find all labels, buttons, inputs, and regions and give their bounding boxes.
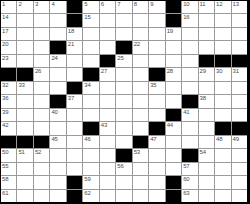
cell-r11c11[interactable] [166,136,181,148]
clue-number-3: 3 [35,1,38,8]
cell-r13c10[interactable] [149,163,164,175]
cell-r9c3[interactable] [34,109,49,121]
cell-r14c7[interactable] [100,176,115,188]
cell-r15c9[interactable] [133,190,148,202]
clue-number-39: 39 [2,109,8,116]
cell-r2c12[interactable]: 16 [182,14,197,26]
cell-r6c7[interactable]: 27 [100,68,115,80]
black-cell-r12c12 [182,149,197,161]
cell-r8c3[interactable] [34,95,49,107]
clue-number-7: 7 [117,1,120,8]
cell-r13c8[interactable]: 56 [116,163,131,175]
clue-number-32: 32 [2,82,8,89]
cell-r5c5[interactable] [67,55,82,67]
cell-r2c1[interactable]: 14 [1,14,16,26]
clue-number-13: 13 [233,1,239,8]
cell-r11c6[interactable]: 46 [83,136,98,148]
clue-number-12: 12 [216,1,222,8]
black-cell-r5c13 [199,55,214,67]
black-cell-r6c10 [149,68,164,80]
cell-r4c10[interactable] [149,41,164,53]
clue-number-54: 54 [200,149,206,156]
cell-r12c5[interactable] [67,149,82,161]
black-cell-r2c11 [166,14,181,26]
clue-number-4: 4 [51,1,54,8]
cell-r3c14[interactable] [215,28,230,40]
clue-number-27: 27 [101,68,107,75]
clue-number-42: 42 [2,122,8,129]
cell-r2c7[interactable] [100,14,115,26]
clue-number-47: 47 [150,136,156,143]
cell-r7c9[interactable] [133,82,148,94]
cell-r15c6[interactable]: 62 [83,190,98,202]
clue-number-9: 9 [150,1,153,8]
cell-r4c7[interactable] [100,41,115,53]
cell-r12c1[interactable]: 50 [1,149,16,161]
clue-number-2: 2 [18,1,21,8]
black-cell-r5c15 [232,55,247,67]
clue-number-56: 56 [117,163,123,170]
clue-number-17: 17 [2,28,8,35]
cell-r2c8[interactable] [116,14,131,26]
cell-r15c7[interactable] [100,190,115,202]
cell-r3c6[interactable] [83,28,98,40]
black-cell-r5c14 [215,55,230,67]
cell-r6c14[interactable]: 30 [215,68,230,80]
clue-number-16: 16 [183,14,189,21]
black-cell-r6c6 [83,68,98,80]
cell-r5c6[interactable] [83,55,98,67]
cell-r4c11[interactable] [166,41,181,53]
cell-r11c13[interactable] [199,136,214,148]
cell-r14c10[interactable] [149,176,164,188]
cell-r2c13[interactable] [199,14,214,26]
cell-r10c9[interactable] [133,122,148,134]
clue-number-52: 52 [35,149,41,156]
cell-r6c12[interactable] [182,68,197,80]
cell-r7c8[interactable] [116,82,131,94]
cell-r7c4[interactable] [50,82,65,94]
clue-number-45: 45 [51,136,57,143]
cell-r5c1[interactable]: 23 [1,55,16,67]
cell-r1c12[interactable]: 10 [182,1,197,13]
clue-number-18: 18 [68,28,74,35]
cell-r14c9[interactable] [133,176,148,188]
black-cell-r2c5 [67,14,82,26]
cell-r9c1[interactable]: 39 [1,109,16,121]
cell-r8c11[interactable] [166,95,181,107]
cell-r6c3[interactable]: 26 [34,68,49,80]
cell-r1c6[interactable]: 5 [83,1,98,13]
clue-number-24: 24 [51,55,57,62]
cell-r3c5[interactable]: 18 [67,28,82,40]
crossword-page: 1234567891011121314151617181920212223242… [0,0,250,204]
cell-r13c11[interactable] [166,163,181,175]
clue-number-53: 53 [134,149,140,156]
clue-number-48: 48 [216,136,222,143]
black-cell-r11c9 [133,136,148,148]
cell-r14c2[interactable] [17,176,32,188]
cell-r5c3[interactable] [34,55,49,67]
cell-r11c15[interactable]: 49 [232,136,247,148]
cell-r3c15[interactable] [232,28,247,40]
clue-number-30: 30 [216,68,222,75]
cell-r13c1[interactable]: 55 [1,163,16,175]
clue-number-34: 34 [84,82,90,89]
cell-r12c14[interactable] [215,149,230,161]
clue-number-58: 58 [2,176,8,183]
cell-r9c10[interactable] [149,109,164,121]
cell-r6c11[interactable]: 28 [166,68,181,80]
cell-r15c1[interactable]: 61 [1,190,16,202]
cell-r14c3[interactable] [34,176,49,188]
cell-r7c10[interactable]: 35 [149,82,164,94]
cell-r5c2[interactable] [17,55,32,67]
cell-r5c10[interactable] [149,55,164,67]
clue-number-38: 38 [200,95,206,102]
cell-r15c12[interactable]: 63 [182,190,197,202]
cell-r7c3[interactable] [34,82,49,94]
cell-r8c15[interactable] [232,95,247,107]
clue-number-59: 59 [84,176,90,183]
cell-r7c2[interactable]: 33 [17,82,32,94]
clue-number-15: 15 [84,14,90,21]
cell-r12c11[interactable] [166,149,181,161]
black-cell-r11c3 [34,136,49,148]
clue-number-37: 37 [68,95,74,102]
cell-r3c12[interactable] [182,28,197,40]
cell-r10c13[interactable] [199,122,214,134]
cell-r3c1[interactable]: 17 [1,28,16,40]
cell-r1c15[interactable]: 13 [232,1,247,13]
cell-r1c7[interactable]: 6 [100,1,115,13]
cell-r12c9[interactable]: 53 [133,149,148,161]
cell-r12c2[interactable]: 51 [17,149,32,161]
cell-r8c7[interactable] [100,95,115,107]
black-cell-r10c6 [83,122,98,134]
cell-r13c4[interactable] [50,163,65,175]
cell-r8c9[interactable] [133,95,148,107]
cell-r8c13[interactable]: 38 [199,95,214,107]
cell-r10c1[interactable]: 42 [1,122,16,134]
clue-number-43: 43 [101,122,107,129]
cell-r4c15[interactable] [232,41,247,53]
cell-r4c1[interactable]: 20 [1,41,16,53]
cell-r1c8[interactable]: 7 [116,1,131,13]
black-cell-r11c2 [17,136,32,148]
clue-number-33: 33 [18,82,24,89]
cell-r1c2[interactable]: 2 [17,1,32,13]
cell-r3c2[interactable] [17,28,32,40]
cell-r6c15[interactable]: 31 [232,68,247,80]
cell-r12c10[interactable] [149,149,164,161]
cell-r12c3[interactable]: 52 [34,149,49,161]
cell-r1c14[interactable]: 12 [215,1,230,13]
clue-number-28: 28 [167,68,173,75]
black-cell-r14c11 [166,176,181,188]
black-cell-r15c11 [166,190,181,202]
cell-r14c14[interactable] [215,176,230,188]
cell-r5c4[interactable]: 24 [50,55,65,67]
cell-r4c5[interactable]: 21 [67,41,82,53]
cell-r13c14[interactable] [215,163,230,175]
cell-r9c13[interactable] [199,109,214,121]
cell-r12c13[interactable]: 54 [199,149,214,161]
cell-r1c3[interactable]: 3 [34,1,49,13]
cell-r6c8[interactable] [116,68,131,80]
clue-number-35: 35 [150,82,156,89]
cell-r2c6[interactable]: 15 [83,14,98,26]
black-cell-r8c4 [50,95,65,107]
clue-number-23: 23 [2,55,8,62]
cell-r14c12[interactable]: 60 [182,176,197,188]
cell-r15c4[interactable] [50,190,65,202]
cell-r14c6[interactable]: 59 [83,176,98,188]
cell-r2c9[interactable] [133,14,148,26]
cell-r10c11[interactable]: 44 [166,122,181,134]
cell-r1c10[interactable]: 9 [149,1,164,13]
cell-r5c9[interactable] [133,55,148,67]
cell-r8c14[interactable] [215,95,230,107]
cell-r4c9[interactable]: 22 [133,41,148,53]
cell-r9c5[interactable] [67,109,82,121]
cell-r15c2[interactable] [17,190,32,202]
cell-r10c5[interactable] [67,122,82,134]
cell-r6c4[interactable] [50,68,65,80]
cell-r12c7[interactable] [100,149,115,161]
cell-r13c7[interactable] [100,163,115,175]
black-cell-r6c2 [17,68,32,80]
clue-number-8: 8 [134,1,137,8]
clue-number-1: 1 [2,1,5,8]
cell-r11c14[interactable]: 48 [215,136,230,148]
black-cell-r4c8 [116,41,131,53]
cell-r1c9[interactable]: 8 [133,1,148,13]
black-cell-r14c5 [67,176,82,188]
cell-r13c12[interactable]: 57 [182,163,197,175]
clue-number-50: 50 [2,149,8,156]
black-cell-r6c1 [1,68,16,80]
clue-number-10: 10 [183,1,189,8]
black-cell-r12c8 [116,149,131,161]
cell-r13c15[interactable] [232,163,247,175]
cell-r5c12[interactable] [182,55,197,67]
clue-number-60: 60 [183,176,189,183]
cell-r6c13[interactable]: 29 [199,68,214,80]
cell-r4c6[interactable] [83,41,98,53]
cell-r7c7[interactable] [100,82,115,94]
cell-r13c3[interactable] [34,163,49,175]
cell-r3c3[interactable] [34,28,49,40]
clue-number-21: 21 [68,41,74,48]
clue-number-31: 31 [233,68,239,75]
cell-r9c12[interactable]: 41 [182,109,197,121]
clue-number-63: 63 [183,190,189,197]
cell-r15c13[interactable] [199,190,214,202]
black-cell-r15c5 [67,190,82,202]
clue-number-41: 41 [183,109,189,116]
cell-r13c6[interactable] [83,163,98,175]
clue-number-29: 29 [200,68,206,75]
cell-r1c13[interactable]: 11 [199,1,214,13]
cell-r8c5[interactable]: 37 [67,95,82,107]
cell-r2c10[interactable] [149,14,164,26]
cell-r11c12[interactable] [182,136,197,148]
cell-r4c3[interactable] [34,41,49,53]
clue-number-51: 51 [18,149,24,156]
cell-r9c7[interactable] [100,109,115,121]
cell-r4c2[interactable] [17,41,32,53]
clue-number-55: 55 [2,163,8,170]
cell-r10c12[interactable] [182,122,197,134]
black-cell-r4c4 [50,41,65,53]
cell-r1c1[interactable]: 1 [1,1,16,13]
cell-r14c4[interactable] [50,176,65,188]
cell-r3c7[interactable] [100,28,115,40]
clue-number-49: 49 [233,136,239,143]
black-cell-r11c1 [1,136,16,148]
cell-r2c2[interactable] [17,14,32,26]
cell-r11c10[interactable]: 47 [149,136,164,148]
cell-r14c8[interactable] [116,176,131,188]
cell-r12c15[interactable] [232,149,247,161]
cell-r7c11[interactable] [166,82,181,94]
cell-r7c12[interactable] [182,82,197,94]
black-cell-r10c15 [232,122,247,134]
clue-number-5: 5 [84,1,87,8]
cell-r5c8[interactable]: 25 [116,55,131,67]
cell-r7c15[interactable] [232,82,247,94]
cell-r13c13[interactable] [199,163,214,175]
cell-r9c9[interactable] [133,109,148,121]
cell-r14c1[interactable]: 58 [1,176,16,188]
cell-r1c4[interactable]: 4 [50,1,65,13]
black-cell-r1c5 [67,1,82,13]
cell-r4c13[interactable] [199,41,214,53]
cell-r10c4[interactable] [50,122,65,134]
cell-r10c2[interactable] [17,122,32,134]
cell-r15c10[interactable] [149,190,164,202]
cell-r9c8[interactable] [116,109,131,121]
cell-r12c4[interactable] [50,149,65,161]
clue-number-44: 44 [167,122,173,129]
black-cell-r1c11 [166,1,181,13]
cell-r12c6[interactable] [83,149,98,161]
black-cell-r8c12 [182,95,197,107]
cell-r9c4[interactable]: 40 [50,109,65,121]
cell-r11c8[interactable] [116,136,131,148]
cell-r13c5[interactable] [67,163,82,175]
cell-r2c15[interactable] [232,14,247,26]
clue-number-57: 57 [183,163,189,170]
cell-r10c7[interactable]: 43 [100,122,115,134]
clue-number-11: 11 [200,1,206,8]
cell-r3c11[interactable]: 19 [166,28,181,40]
cell-r15c8[interactable] [116,190,131,202]
cell-r2c3[interactable] [34,14,49,26]
cell-r6c9[interactable] [133,68,148,80]
clue-number-36: 36 [2,95,8,102]
cell-r13c2[interactable] [17,163,32,175]
cell-r9c15[interactable] [232,109,247,121]
cell-r14c15[interactable] [232,176,247,188]
cell-r9c6[interactable] [83,109,98,121]
clue-number-22: 22 [134,41,140,48]
black-cell-r9c11 [166,109,181,121]
cell-r4c14[interactable] [215,41,230,53]
cell-r7c14[interactable] [215,82,230,94]
cell-r10c3[interactable] [34,122,49,134]
cell-r15c15[interactable] [232,190,247,202]
cell-r3c9[interactable] [133,28,148,40]
cell-r2c4[interactable] [50,14,65,26]
clue-number-20: 20 [2,41,8,48]
cell-r3c8[interactable] [116,28,131,40]
cell-r15c14[interactable] [215,190,230,202]
cell-r9c2[interactable] [17,109,32,121]
black-cell-r10c10 [149,122,164,134]
cell-r6c5[interactable] [67,68,82,80]
cell-r8c10[interactable] [149,95,164,107]
clue-number-14: 14 [2,14,8,21]
clue-number-61: 61 [2,190,8,197]
cell-r8c8[interactable] [116,95,131,107]
black-cell-r10c14 [215,122,230,134]
clue-number-62: 62 [84,190,90,197]
cell-r15c3[interactable] [34,190,49,202]
clue-number-19: 19 [167,28,173,35]
cell-r7c13[interactable] [199,82,214,94]
black-cell-r7c5 [67,82,82,94]
clue-number-26: 26 [35,68,41,75]
cell-r13c9[interactable] [133,163,148,175]
cell-r11c7[interactable] [100,136,115,148]
cell-r11c5[interactable] [67,136,82,148]
black-cell-r5c7 [100,55,115,67]
cell-r5c11[interactable] [166,55,181,67]
cell-r9c14[interactable] [215,109,230,121]
cell-r7c6[interactable]: 34 [83,82,98,94]
cell-r11c4[interactable]: 45 [50,136,65,148]
clue-number-46: 46 [84,136,90,143]
cell-r14c13[interactable] [199,176,214,188]
crossword-grid: 1234567891011121314151617181920212223242… [1,1,247,202]
cell-r2c14[interactable] [215,14,230,26]
cell-r3c10[interactable] [149,28,164,40]
cell-r7c1[interactable]: 32 [1,82,16,94]
cell-r8c2[interactable] [17,95,32,107]
cell-r10c8[interactable] [116,122,131,134]
clue-number-25: 25 [117,55,123,62]
clue-number-6: 6 [101,1,104,8]
cell-r8c6[interactable] [83,95,98,107]
clue-number-40: 40 [51,109,57,116]
cell-r4c12[interactable] [182,41,197,53]
cell-r3c4[interactable] [50,28,65,40]
cell-r8c1[interactable]: 36 [1,95,16,107]
cell-r3c13[interactable] [199,28,214,40]
